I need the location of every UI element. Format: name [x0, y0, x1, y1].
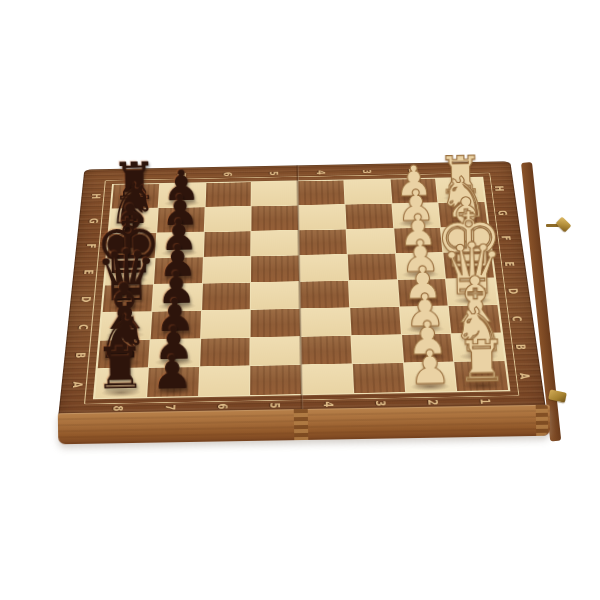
finger-joint-corner — [536, 405, 549, 436]
square-h6[interactable] — [205, 182, 251, 206]
chess-set-photo: HGFEDCBA HGFEDCBA 87654321 87654321 ♜♟♟♜… — [0, 0, 600, 600]
rank-label: 5 — [251, 165, 297, 181]
square-g5[interactable] — [252, 205, 298, 230]
square-a6[interactable] — [199, 366, 250, 396]
square-g4[interactable] — [299, 205, 346, 230]
square-a2[interactable]: ♟ — [404, 362, 457, 392]
file-label: B — [503, 332, 539, 361]
square-c4[interactable] — [301, 308, 351, 336]
square-b5[interactable] — [251, 337, 301, 366]
square-d6[interactable] — [202, 283, 251, 310]
square-b3[interactable] — [351, 335, 402, 364]
square-a8[interactable]: ♜ — [95, 368, 147, 398]
square-g6[interactable] — [204, 206, 251, 231]
piece-black-rook-a8[interactable]: ♜ — [94, 341, 146, 396]
square-c3[interactable] — [350, 307, 400, 335]
square-e3[interactable] — [348, 254, 397, 281]
square-c6[interactable] — [201, 310, 250, 338]
finger-joint-center — [294, 409, 309, 440]
square-d4[interactable] — [300, 281, 349, 308]
square-h3[interactable] — [344, 180, 391, 204]
square-e5[interactable] — [251, 256, 299, 283]
piece-black-pawn-a7[interactable]: ♟ — [151, 350, 194, 395]
square-a7[interactable]: ♟ — [147, 367, 199, 397]
square-a5[interactable] — [250, 365, 301, 395]
file-label: B — [63, 341, 98, 371]
file-label: A — [507, 361, 544, 391]
square-b6[interactable] — [200, 337, 250, 366]
file-label: A — [60, 369, 96, 399]
square-d3[interactable] — [349, 280, 399, 307]
square-h5[interactable] — [252, 181, 298, 205]
piece-white-pawn-a2[interactable]: ♟ — [409, 345, 452, 390]
clasp-diamond — [556, 217, 572, 233]
square-d5[interactable] — [251, 282, 299, 309]
piece-white-rook-a1[interactable]: ♜ — [456, 334, 508, 389]
brass-clasp-icon — [546, 217, 572, 233]
square-a1[interactable]: ♜ — [455, 361, 509, 391]
square-a3[interactable] — [353, 363, 405, 393]
board-frame: HGFEDCBA HGFEDCBA 87654321 87654321 ♜♟♟♜… — [58, 161, 546, 419]
square-e4[interactable] — [300, 255, 348, 282]
square-a4[interactable] — [302, 364, 353, 394]
square-h4[interactable] — [298, 180, 344, 204]
scene: HGFEDCBA HGFEDCBA 87654321 87654321 ♜♟♟♜… — [0, 0, 600, 600]
square-b4[interactable] — [301, 336, 351, 365]
rank-label: 3 — [343, 164, 390, 180]
rank-label: 6 — [205, 166, 252, 182]
chess-board: HGFEDCBA HGFEDCBA 87654321 87654321 ♜♟♟♜… — [58, 161, 546, 419]
square-e6[interactable] — [203, 257, 251, 284]
rank-label: 4 — [297, 165, 344, 181]
